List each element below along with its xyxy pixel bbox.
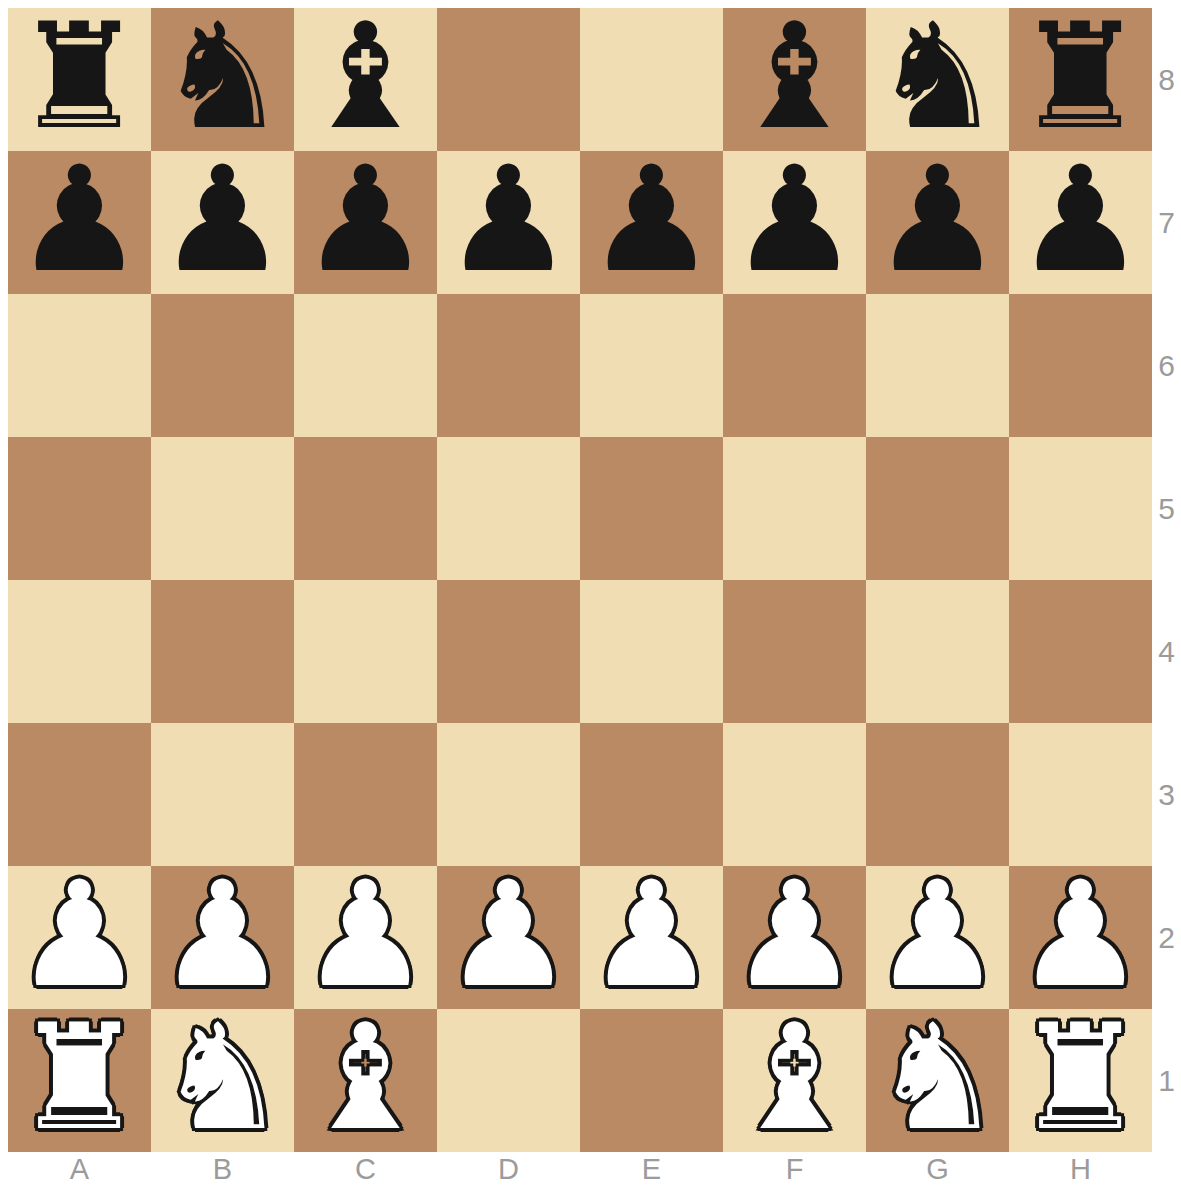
square-b7[interactable]: ♟ xyxy=(151,151,294,294)
black-knight[interactable]: ♞ xyxy=(872,3,1003,149)
file-label-d: D xyxy=(437,1152,580,1186)
square-e7[interactable]: ♟ xyxy=(580,151,723,294)
square-d2[interactable]: ♟ xyxy=(437,866,580,1009)
square-a6[interactable] xyxy=(8,294,151,437)
square-h6[interactable] xyxy=(1009,294,1152,437)
chess-board-page: ♜♞♝♝♞♜♟♟♟♟♟♟♟♟♟♟♟♟♟♟♟♟♜♞♝♝♞♜ 87654321 AB… xyxy=(0,0,1181,1186)
square-h1[interactable]: ♜ xyxy=(1009,1009,1152,1152)
rank-label-2: 2 xyxy=(1152,866,1181,1009)
file-label-c: C xyxy=(294,1152,437,1186)
square-a8[interactable]: ♜ xyxy=(8,8,151,151)
rank-label-6: 6 xyxy=(1152,294,1181,437)
square-d6[interactable] xyxy=(437,294,580,437)
square-c5[interactable] xyxy=(294,437,437,580)
square-b8[interactable]: ♞ xyxy=(151,8,294,151)
white-pawn[interactable]: ♟ xyxy=(729,861,860,1007)
square-c1[interactable]: ♝ xyxy=(294,1009,437,1152)
black-knight[interactable]: ♞ xyxy=(157,3,288,149)
white-pawn[interactable]: ♟ xyxy=(872,861,1003,1007)
black-pawn[interactable]: ♟ xyxy=(1015,146,1146,292)
square-b4[interactable] xyxy=(151,580,294,723)
square-g8[interactable]: ♞ xyxy=(866,8,1009,151)
black-pawn[interactable]: ♟ xyxy=(14,146,145,292)
square-g1[interactable]: ♞ xyxy=(866,1009,1009,1152)
square-g6[interactable] xyxy=(866,294,1009,437)
square-f1[interactable]: ♝ xyxy=(723,1009,866,1152)
file-label-b: B xyxy=(151,1152,294,1186)
white-pawn[interactable]: ♟ xyxy=(157,861,288,1007)
file-coordinates: ABCDEFGH xyxy=(8,1152,1152,1186)
black-bishop[interactable]: ♝ xyxy=(300,3,431,149)
square-a5[interactable] xyxy=(8,437,151,580)
square-g4[interactable] xyxy=(866,580,1009,723)
file-label-f: F xyxy=(723,1152,866,1186)
square-h5[interactable] xyxy=(1009,437,1152,580)
square-c7[interactable]: ♟ xyxy=(294,151,437,294)
black-pawn[interactable]: ♟ xyxy=(872,146,1003,292)
black-pawn[interactable]: ♟ xyxy=(443,146,574,292)
square-a2[interactable]: ♟ xyxy=(8,866,151,1009)
square-f3[interactable] xyxy=(723,723,866,866)
square-e1[interactable] xyxy=(580,1009,723,1152)
white-pawn[interactable]: ♟ xyxy=(586,861,717,1007)
file-label-a: A xyxy=(8,1152,151,1186)
square-a4[interactable] xyxy=(8,580,151,723)
square-b1[interactable]: ♞ xyxy=(151,1009,294,1152)
square-g5[interactable] xyxy=(866,437,1009,580)
square-e2[interactable]: ♟ xyxy=(580,866,723,1009)
white-pawn[interactable]: ♟ xyxy=(1015,861,1146,1007)
square-f5[interactable] xyxy=(723,437,866,580)
square-e4[interactable] xyxy=(580,580,723,723)
square-b3[interactable] xyxy=(151,723,294,866)
square-f7[interactable]: ♟ xyxy=(723,151,866,294)
square-a7[interactable]: ♟ xyxy=(8,151,151,294)
square-h7[interactable]: ♟ xyxy=(1009,151,1152,294)
square-c3[interactable] xyxy=(294,723,437,866)
black-pawn[interactable]: ♟ xyxy=(729,146,860,292)
rank-label-3: 3 xyxy=(1152,723,1181,866)
square-d3[interactable] xyxy=(437,723,580,866)
white-bishop[interactable]: ♝ xyxy=(300,1004,431,1150)
square-d5[interactable] xyxy=(437,437,580,580)
white-bishop[interactable]: ♝ xyxy=(729,1004,860,1150)
square-h2[interactable]: ♟ xyxy=(1009,866,1152,1009)
square-f8[interactable]: ♝ xyxy=(723,8,866,151)
square-d7[interactable]: ♟ xyxy=(437,151,580,294)
white-knight[interactable]: ♞ xyxy=(872,1004,1003,1150)
chess-board: ♜♞♝♝♞♜♟♟♟♟♟♟♟♟♟♟♟♟♟♟♟♟♜♞♝♝♞♜ xyxy=(8,8,1152,1152)
square-b5[interactable] xyxy=(151,437,294,580)
rank-label-4: 4 xyxy=(1152,580,1181,723)
square-d4[interactable] xyxy=(437,580,580,723)
square-e5[interactable] xyxy=(580,437,723,580)
white-knight[interactable]: ♞ xyxy=(157,1004,288,1150)
square-d1[interactable] xyxy=(437,1009,580,1152)
black-pawn[interactable]: ♟ xyxy=(300,146,431,292)
square-f6[interactable] xyxy=(723,294,866,437)
black-bishop[interactable]: ♝ xyxy=(729,3,860,149)
square-h3[interactable] xyxy=(1009,723,1152,866)
black-pawn[interactable]: ♟ xyxy=(586,146,717,292)
file-label-g: G xyxy=(866,1152,1009,1186)
square-b6[interactable] xyxy=(151,294,294,437)
square-g3[interactable] xyxy=(866,723,1009,866)
square-f2[interactable]: ♟ xyxy=(723,866,866,1009)
rank-label-1: 1 xyxy=(1152,1009,1181,1152)
square-d8[interactable] xyxy=(437,8,580,151)
square-e8[interactable] xyxy=(580,8,723,151)
black-pawn[interactable]: ♟ xyxy=(157,146,288,292)
square-e6[interactable] xyxy=(580,294,723,437)
square-h4[interactable] xyxy=(1009,580,1152,723)
square-g7[interactable]: ♟ xyxy=(866,151,1009,294)
white-pawn[interactable]: ♟ xyxy=(14,861,145,1007)
white-rook[interactable]: ♜ xyxy=(14,1004,145,1150)
square-h8[interactable]: ♜ xyxy=(1009,8,1152,151)
square-a3[interactable] xyxy=(8,723,151,866)
white-pawn[interactable]: ♟ xyxy=(300,861,431,1007)
rank-label-8: 8 xyxy=(1152,8,1181,151)
rank-label-5: 5 xyxy=(1152,437,1181,580)
white-pawn[interactable]: ♟ xyxy=(443,861,574,1007)
white-rook[interactable]: ♜ xyxy=(1015,1004,1146,1150)
file-label-h: H xyxy=(1009,1152,1152,1186)
square-f4[interactable] xyxy=(723,580,866,723)
square-a1[interactable]: ♜ xyxy=(8,1009,151,1152)
square-e3[interactable] xyxy=(580,723,723,866)
square-c8[interactable]: ♝ xyxy=(294,8,437,151)
square-g2[interactable]: ♟ xyxy=(866,866,1009,1009)
square-c4[interactable] xyxy=(294,580,437,723)
black-rook[interactable]: ♜ xyxy=(14,3,145,149)
square-c6[interactable] xyxy=(294,294,437,437)
rank-coordinates: 87654321 xyxy=(1152,8,1181,1152)
black-rook[interactable]: ♜ xyxy=(1015,3,1146,149)
file-label-e: E xyxy=(580,1152,723,1186)
square-c2[interactable]: ♟ xyxy=(294,866,437,1009)
square-b2[interactable]: ♟ xyxy=(151,866,294,1009)
rank-label-7: 7 xyxy=(1152,151,1181,294)
